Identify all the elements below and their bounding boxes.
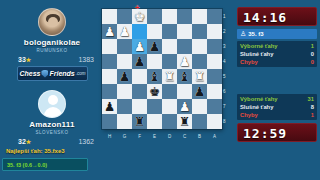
king-check-cross-icon: +	[135, 5, 140, 11]
player-stars-black: 32★	[18, 138, 31, 145]
black-pawn: ♟	[147, 39, 162, 54]
stat-label: Slušné ťahy	[240, 103, 273, 111]
star-icon: ★	[26, 57, 31, 63]
shield-icon	[41, 70, 48, 78]
square-b8[interactable]	[192, 114, 207, 129]
square-a8[interactable]	[207, 114, 222, 129]
black-bishop: ♝	[177, 69, 192, 84]
square-f4[interactable]: ♟	[132, 54, 147, 69]
square-a5[interactable]	[207, 69, 222, 84]
white-pawn: ♟	[177, 54, 192, 69]
square-g3[interactable]	[117, 39, 132, 54]
square-h1[interactable]	[102, 9, 117, 24]
white-rook: ♜	[192, 69, 207, 84]
logo-text-friends: Friends	[49, 70, 74, 77]
clock-black: 12:59	[237, 123, 317, 142]
player-rating-white: 1383	[78, 56, 94, 63]
rank-label-3: 3	[223, 39, 229, 54]
file-label-a: A	[207, 134, 222, 139]
square-d8[interactable]	[162, 114, 177, 129]
move-stats-black: Výborné ťahy31 Slušné ťahy8 Chyby1	[237, 94, 317, 120]
player-rating-black: 1362	[78, 138, 94, 145]
square-c3[interactable]	[177, 39, 192, 54]
black-pawn: ♟	[102, 99, 117, 114]
file-label-e: E	[147, 134, 162, 139]
square-b3[interactable]	[192, 39, 207, 54]
square-a7[interactable]	[207, 99, 222, 114]
square-a1[interactable]	[207, 9, 222, 24]
square-c8[interactable]: ♜	[177, 114, 192, 129]
file-labels: HGFEDCBA	[102, 134, 222, 139]
stat-label: Výborné ťahy	[240, 95, 278, 103]
square-g8[interactable]	[117, 114, 132, 129]
square-c4[interactable]: ♟	[177, 54, 192, 69]
square-h8[interactable]	[102, 114, 117, 129]
square-g6[interactable]	[117, 84, 132, 99]
white-rook: ♜	[162, 69, 177, 84]
square-b1[interactable]	[192, 9, 207, 24]
square-d4[interactable]	[162, 54, 177, 69]
stat-value: 0	[311, 58, 314, 66]
square-h6[interactable]	[102, 84, 117, 99]
stat-value: 31	[308, 95, 314, 103]
square-f7[interactable]	[132, 99, 147, 114]
square-f8[interactable]: ♜	[132, 114, 147, 129]
square-d2[interactable]	[162, 24, 177, 39]
player-card-black: Amazon111 SLOVENSKO 32★ 1362	[4, 90, 100, 145]
square-d3[interactable]	[162, 39, 177, 54]
rank-label-7: 7	[223, 99, 229, 114]
square-a6[interactable]	[207, 84, 222, 99]
player-card-white: bologanikolae RUMUNSKO 33★ 1383	[4, 8, 100, 63]
best-move-hint: Najlepší ťah: 35.fxe3	[6, 148, 104, 154]
square-f2[interactable]	[132, 24, 147, 39]
black-pawn: ♟	[117, 69, 132, 84]
rank-labels: 12345678	[223, 9, 229, 129]
square-f5[interactable]	[132, 69, 147, 84]
player-name-black[interactable]: Amazon111	[4, 120, 100, 129]
square-a4[interactable]	[207, 54, 222, 69]
square-d6[interactable]	[162, 84, 177, 99]
current-move-label: 35. f3	[248, 29, 263, 39]
rank-label-4: 4	[223, 54, 229, 69]
file-label-c: C	[177, 134, 192, 139]
file-label-b: B	[192, 134, 207, 139]
square-a2[interactable]	[207, 24, 222, 39]
square-e3[interactable]: ♟	[147, 39, 162, 54]
white-pawn: ♟	[117, 24, 132, 39]
white-pawn: ♟	[132, 39, 147, 54]
square-e7[interactable]	[147, 99, 162, 114]
rank-label-6: 6	[223, 84, 229, 99]
avatar-photo	[38, 8, 66, 36]
current-move-row[interactable]: ♙ 35. f3	[237, 29, 317, 39]
avatar-silhouette	[38, 90, 66, 118]
file-label-f: F	[132, 134, 147, 139]
engine-eval-line: 35. f3 (0.6→0.0)	[2, 158, 88, 171]
black-bishop: ♝	[147, 69, 162, 84]
square-c1[interactable]	[177, 9, 192, 24]
square-c6[interactable]	[177, 84, 192, 99]
rank-label-1: 1	[223, 9, 229, 24]
clock-white: 14:16	[237, 7, 317, 26]
stat-value: 1	[311, 42, 314, 50]
file-label-g: G	[117, 134, 132, 139]
square-e4[interactable]	[147, 54, 162, 69]
pawn-icon: ♙	[240, 29, 246, 39]
square-h2[interactable]: ♟	[102, 24, 117, 39]
square-e6[interactable]: ♚	[147, 84, 162, 99]
square-h3[interactable]	[102, 39, 117, 54]
square-a3[interactable]	[207, 39, 222, 54]
logo-text-com: .com	[76, 71, 86, 76]
black-pawn: ♟	[192, 84, 207, 99]
square-b2[interactable]	[192, 24, 207, 39]
square-e1[interactable]	[147, 9, 162, 24]
player-stars-white: 33★	[18, 56, 31, 63]
white-pawn: ♟	[177, 99, 192, 114]
square-e2[interactable]	[147, 24, 162, 39]
star-icon: ★	[26, 139, 31, 145]
square-c5[interactable]: ♝	[177, 69, 192, 84]
rank-label-8: 8	[223, 114, 229, 129]
black-rook: ♜	[132, 114, 147, 129]
square-d1[interactable]	[162, 9, 177, 24]
square-f6[interactable]	[132, 84, 147, 99]
stat-value: 0	[311, 50, 314, 58]
square-g5[interactable]: ♟	[117, 69, 132, 84]
stat-value: 8	[311, 103, 314, 111]
square-e8[interactable]	[147, 114, 162, 129]
move-stats-white: Výborné ťahy1 Slušné ťahy0 Chyby0	[237, 41, 317, 67]
player-name-white[interactable]: bologanikolae	[4, 38, 100, 47]
square-c2[interactable]	[177, 24, 192, 39]
player-country-white: RUMUNSKO	[4, 48, 100, 53]
logo-text-chess: Chess	[19, 70, 40, 77]
rank-label-5: 5	[223, 69, 229, 84]
square-h5[interactable]	[102, 69, 117, 84]
square-g2[interactable]: ♟	[117, 24, 132, 39]
stat-label: Výborné ťahy	[240, 42, 278, 50]
black-king: ♚	[147, 84, 162, 99]
chess-board[interactable]: ♚♟♟♟♟♟♟♟♝♜♝♜♚♟♟♟♜♜	[102, 9, 222, 129]
stat-label: Slušné ťahy	[240, 50, 273, 58]
square-b6[interactable]: ♟	[192, 84, 207, 99]
square-d5[interactable]: ♜	[162, 69, 177, 84]
square-c7[interactable]: ♟	[177, 99, 192, 114]
file-label-d: D	[162, 134, 177, 139]
square-h7[interactable]: ♟	[102, 99, 117, 114]
square-h4[interactable]	[102, 54, 117, 69]
square-d7[interactable]	[162, 99, 177, 114]
square-b7[interactable]	[192, 99, 207, 114]
white-pawn: ♟	[102, 24, 117, 39]
square-b4[interactable]	[192, 54, 207, 69]
square-g1[interactable]	[117, 9, 132, 24]
square-g7[interactable]	[117, 99, 132, 114]
stat-label: Chyby	[240, 58, 258, 66]
file-label-h: H	[102, 134, 117, 139]
square-e5[interactable]: ♝	[147, 69, 162, 84]
app-window: bologanikolae RUMUNSKO 33★ 1383 Chess Fr…	[0, 0, 320, 180]
square-b5[interactable]: ♜	[192, 69, 207, 84]
chessfriends-logo[interactable]: Chess Friends .com	[17, 66, 88, 81]
player-country-black: SLOVENSKO	[4, 130, 100, 135]
stat-label: Chyby	[240, 111, 258, 119]
square-g4[interactable]	[117, 54, 132, 69]
square-f3[interactable]: ♟	[132, 39, 147, 54]
stat-value: 1	[311, 111, 314, 119]
black-pawn: ♟	[132, 54, 147, 69]
rank-label-2: 2	[223, 24, 229, 39]
black-rook: ♜	[177, 114, 192, 129]
